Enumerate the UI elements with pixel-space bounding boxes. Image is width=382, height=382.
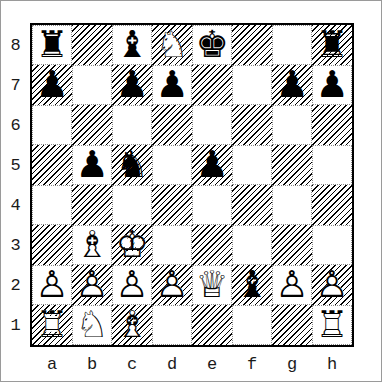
square-b1: ♞♘ bbox=[72, 305, 112, 345]
square-g1 bbox=[272, 305, 312, 345]
square-d2: ♟♙ bbox=[152, 265, 192, 305]
black-pawn-piece: ♟ bbox=[192, 145, 232, 185]
square-e2: ♛♕ bbox=[192, 265, 232, 305]
square-g5 bbox=[272, 145, 312, 185]
square-a6 bbox=[32, 105, 72, 145]
square-c3: ♚♔ bbox=[112, 225, 152, 265]
rank-labels: 87654321 bbox=[1, 25, 30, 345]
square-a1: ♜♖ bbox=[32, 305, 72, 345]
square-b2: ♟♙ bbox=[72, 265, 112, 305]
square-d1 bbox=[152, 305, 192, 345]
square-g8 bbox=[272, 25, 312, 65]
white-knight-piece: ♞♘ bbox=[72, 305, 112, 345]
square-d6 bbox=[152, 105, 192, 145]
white-bishop-piece: ♝♗ bbox=[72, 225, 112, 265]
square-e3 bbox=[192, 225, 232, 265]
square-b6 bbox=[72, 105, 112, 145]
square-h3 bbox=[312, 225, 352, 265]
square-h2: ♟♙ bbox=[312, 265, 352, 305]
file-label-g: g bbox=[272, 351, 312, 377]
white-pawn-piece: ♟♙ bbox=[272, 265, 312, 305]
square-e6 bbox=[192, 105, 232, 145]
file-label-h: h bbox=[312, 351, 352, 377]
square-h5 bbox=[312, 145, 352, 185]
square-c6 bbox=[112, 105, 152, 145]
file-labels: abcdefgh bbox=[32, 351, 352, 377]
square-g3 bbox=[272, 225, 312, 265]
black-pawn-piece: ♟ bbox=[32, 65, 72, 105]
square-c4 bbox=[112, 185, 152, 225]
square-d3 bbox=[152, 225, 192, 265]
square-f4 bbox=[232, 185, 272, 225]
rank-label-7: 7 bbox=[1, 65, 30, 105]
black-bishop-piece: ♝ bbox=[112, 25, 152, 65]
file-label-f: f bbox=[232, 351, 272, 377]
black-pawn-piece: ♟ bbox=[72, 145, 112, 185]
square-f7 bbox=[232, 65, 272, 105]
white-pawn-piece: ♟♙ bbox=[112, 265, 152, 305]
black-pawn-piece: ♟ bbox=[272, 65, 312, 105]
rank-label-6: 6 bbox=[1, 105, 30, 145]
square-a2: ♟♙ bbox=[32, 265, 72, 305]
square-d8: ♞♘ bbox=[152, 25, 192, 65]
square-c8: ♝ bbox=[112, 25, 152, 65]
white-knight-piece: ♞♘ bbox=[152, 25, 192, 65]
white-king-piece: ♚♔ bbox=[112, 225, 152, 265]
square-c7: ♟ bbox=[112, 65, 152, 105]
rank-label-1: 1 bbox=[1, 305, 30, 345]
square-a4 bbox=[32, 185, 72, 225]
black-pawn-piece: ♟ bbox=[312, 65, 352, 105]
white-rook-piece: ♜♖ bbox=[312, 305, 352, 345]
square-g2: ♟♙ bbox=[272, 265, 312, 305]
white-pawn-piece: ♟♙ bbox=[72, 265, 112, 305]
file-label-a: a bbox=[32, 351, 72, 377]
square-b3: ♝♗ bbox=[72, 225, 112, 265]
black-rook-piece: ♜ bbox=[312, 25, 352, 65]
white-pawn-piece: ♟♙ bbox=[32, 265, 72, 305]
square-h7: ♟ bbox=[312, 65, 352, 105]
chess-diagram: 87654321 ♜♝♞♘♚♜♟♟♟♟♟♟♞♟♝♗♚♔♟♙♟♙♟♙♟♙♛♕♝♟♙… bbox=[0, 0, 382, 382]
file-label-b: b bbox=[72, 351, 112, 377]
square-f5 bbox=[232, 145, 272, 185]
white-pawn-piece: ♟♙ bbox=[152, 265, 192, 305]
white-queen-piece: ♛♕ bbox=[192, 265, 232, 305]
square-b5: ♟ bbox=[72, 145, 112, 185]
square-h8: ♜ bbox=[312, 25, 352, 65]
rank-label-4: 4 bbox=[1, 185, 30, 225]
square-c2: ♟♙ bbox=[112, 265, 152, 305]
square-f3 bbox=[232, 225, 272, 265]
square-d5 bbox=[152, 145, 192, 185]
square-e8: ♚ bbox=[192, 25, 232, 65]
square-c1: ♝♗ bbox=[112, 305, 152, 345]
rank-label-8: 8 bbox=[1, 25, 30, 65]
black-king-piece: ♚ bbox=[192, 25, 232, 65]
square-b7 bbox=[72, 65, 112, 105]
square-a7: ♟ bbox=[32, 65, 72, 105]
file-label-c: c bbox=[112, 351, 152, 377]
file-label-d: d bbox=[152, 351, 192, 377]
rank-label-2: 2 bbox=[1, 265, 30, 305]
square-f8 bbox=[232, 25, 272, 65]
square-a8: ♜ bbox=[32, 25, 72, 65]
white-pawn-piece: ♟♙ bbox=[312, 265, 352, 305]
black-bishop-piece: ♝ bbox=[232, 265, 272, 305]
square-f6 bbox=[232, 105, 272, 145]
black-rook-piece: ♜ bbox=[32, 25, 72, 65]
square-d7: ♟ bbox=[152, 65, 192, 105]
square-b4 bbox=[72, 185, 112, 225]
white-rook-piece: ♜♖ bbox=[32, 305, 72, 345]
square-g6 bbox=[272, 105, 312, 145]
file-label-e: e bbox=[192, 351, 232, 377]
black-knight-piece: ♞ bbox=[112, 145, 152, 185]
square-h4 bbox=[312, 185, 352, 225]
square-e4 bbox=[192, 185, 232, 225]
white-bishop-piece: ♝♗ bbox=[112, 305, 152, 345]
square-e5: ♟ bbox=[192, 145, 232, 185]
square-a3 bbox=[32, 225, 72, 265]
black-pawn-piece: ♟ bbox=[152, 65, 192, 105]
square-b8 bbox=[72, 25, 112, 65]
rank-label-5: 5 bbox=[1, 145, 30, 185]
square-d4 bbox=[152, 185, 192, 225]
rank-label-3: 3 bbox=[1, 225, 30, 265]
square-e7 bbox=[192, 65, 232, 105]
square-c5: ♞ bbox=[112, 145, 152, 185]
square-e1 bbox=[192, 305, 232, 345]
black-pawn-piece: ♟ bbox=[112, 65, 152, 105]
square-f2: ♝ bbox=[232, 265, 272, 305]
square-a5 bbox=[32, 145, 72, 185]
chessboard: ♜♝♞♘♚♜♟♟♟♟♟♟♞♟♝♗♚♔♟♙♟♙♟♙♟♙♛♕♝♟♙♟♙♜♖♞♘♝♗♜… bbox=[30, 23, 354, 347]
square-g4 bbox=[272, 185, 312, 225]
square-g7: ♟ bbox=[272, 65, 312, 105]
square-f1 bbox=[232, 305, 272, 345]
square-h1: ♜♖ bbox=[312, 305, 352, 345]
square-h6 bbox=[312, 105, 352, 145]
